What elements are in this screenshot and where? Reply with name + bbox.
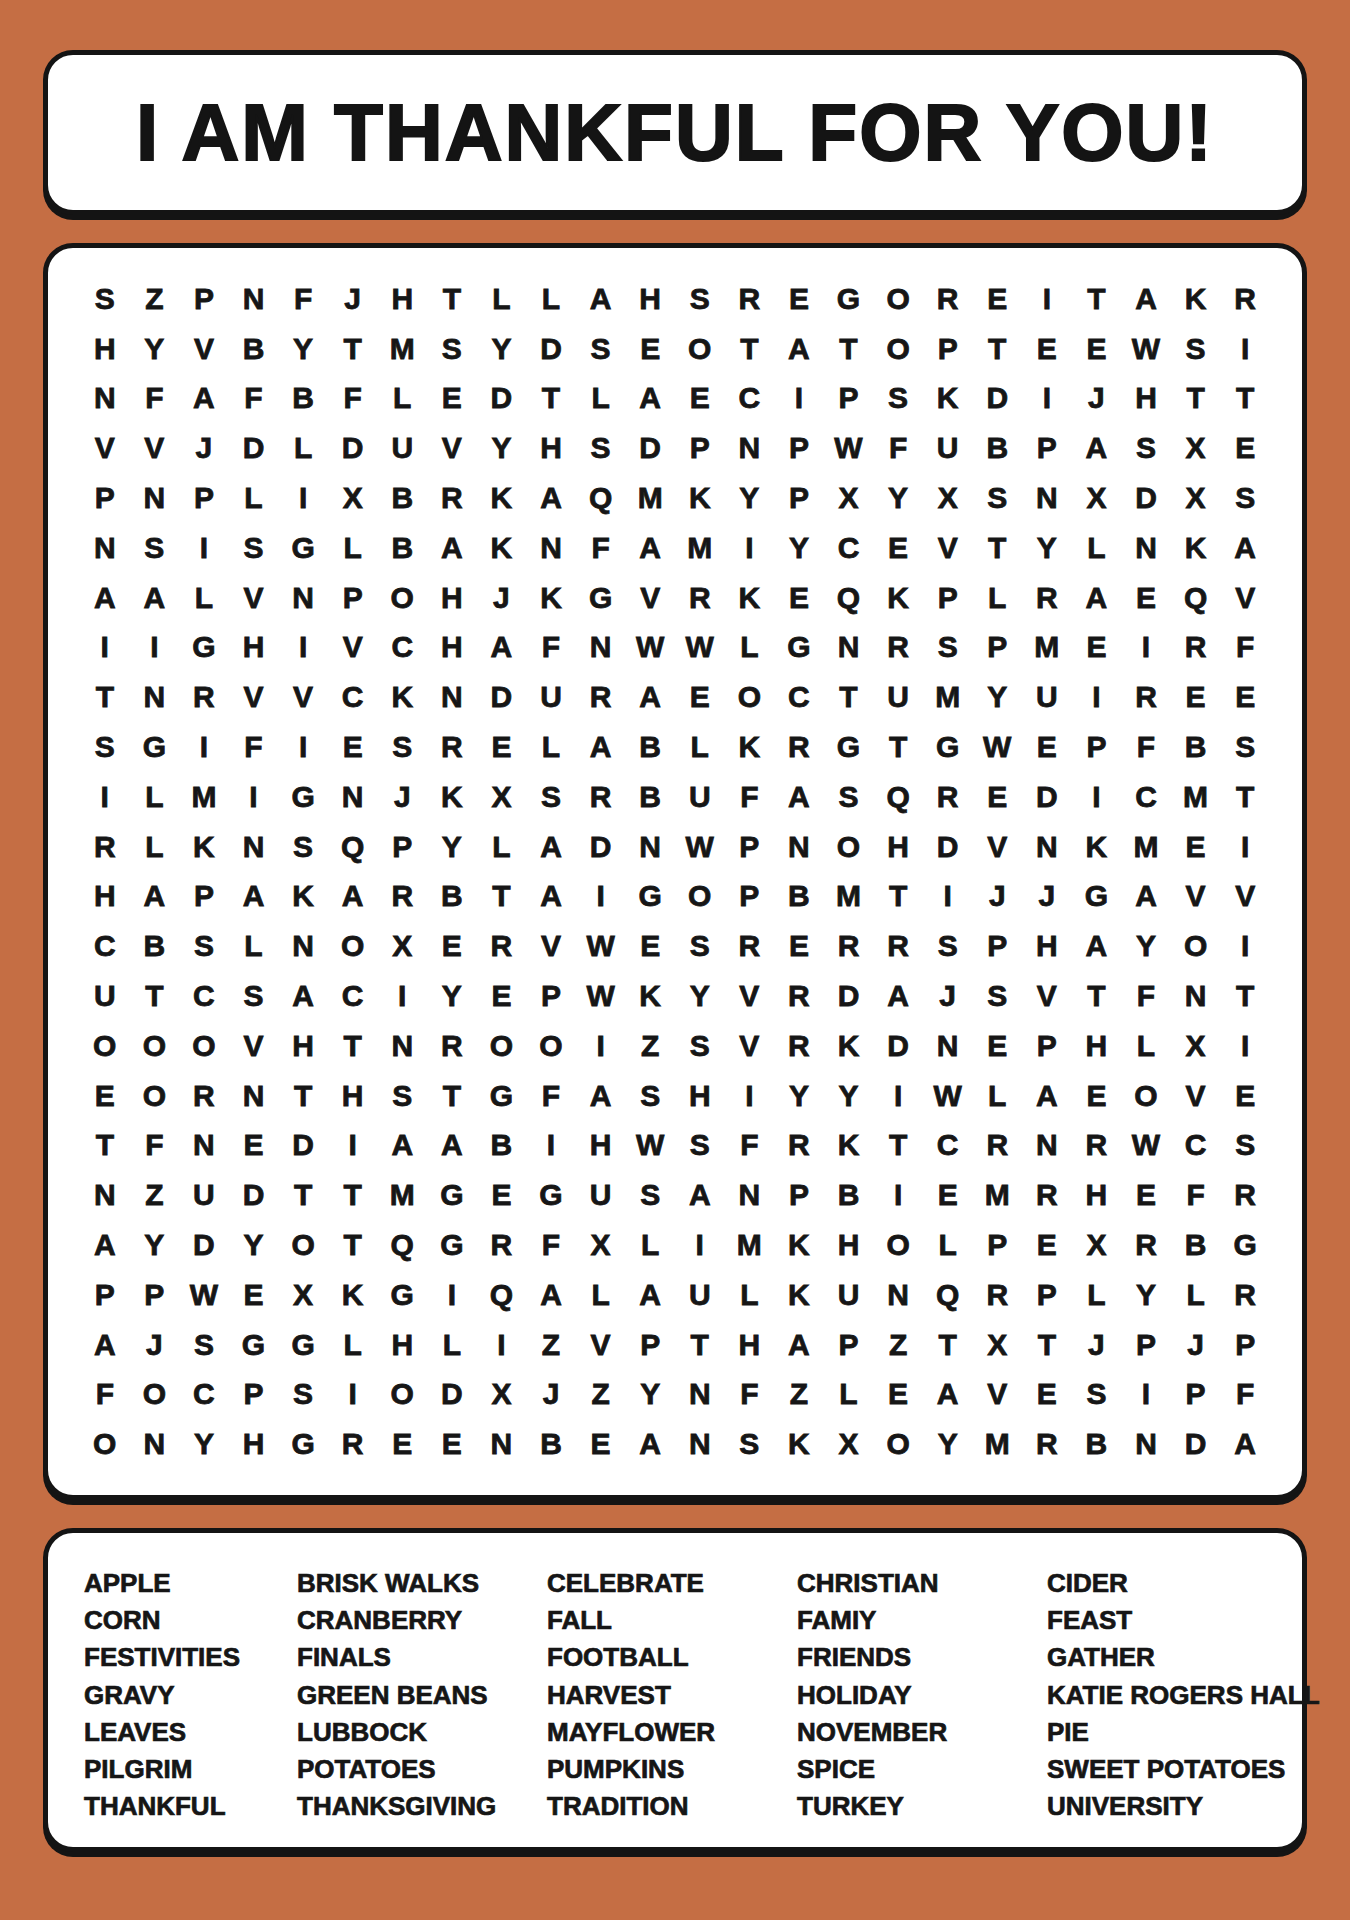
grid-cell[interactable]: C bbox=[1171, 1121, 1221, 1171]
grid-cell[interactable]: A bbox=[576, 274, 626, 324]
grid-cell[interactable]: R bbox=[972, 1121, 1022, 1171]
grid-cell[interactable]: I bbox=[576, 1021, 626, 1071]
grid-cell[interactable]: K bbox=[278, 872, 328, 922]
grid-cell[interactable]: J bbox=[179, 423, 229, 473]
grid-cell[interactable]: B bbox=[377, 473, 427, 523]
grid-cell[interactable]: A bbox=[377, 1121, 427, 1171]
grid-cell[interactable]: V bbox=[725, 1021, 775, 1071]
grid-cell[interactable]: T bbox=[675, 1320, 725, 1370]
grid-cell[interactable]: D bbox=[625, 423, 675, 473]
grid-cell[interactable]: P bbox=[526, 971, 576, 1021]
grid-cell[interactable]: B bbox=[477, 1121, 527, 1171]
grid-cell[interactable]: S bbox=[80, 722, 130, 772]
grid-cell[interactable]: C bbox=[824, 523, 874, 573]
grid-cell[interactable]: V bbox=[278, 672, 328, 722]
grid-cell[interactable]: T bbox=[328, 1220, 378, 1270]
grid-cell[interactable]: V bbox=[725, 971, 775, 1021]
grid-cell[interactable]: G bbox=[625, 872, 675, 922]
grid-cell[interactable]: L bbox=[130, 822, 180, 872]
grid-cell[interactable]: A bbox=[130, 872, 180, 922]
grid-cell[interactable]: W bbox=[1121, 1121, 1171, 1171]
grid-cell[interactable]: N bbox=[477, 1419, 527, 1469]
word-list-item[interactable]: PIE bbox=[1047, 1714, 1320, 1751]
grid-cell[interactable]: Y bbox=[873, 473, 923, 523]
grid-cell[interactable]: D bbox=[477, 672, 527, 722]
grid-cell[interactable]: E bbox=[774, 921, 824, 971]
grid-cell[interactable]: O bbox=[824, 822, 874, 872]
grid-cell[interactable]: A bbox=[526, 822, 576, 872]
grid-cell[interactable]: L bbox=[427, 1320, 477, 1370]
grid-cell[interactable]: N bbox=[675, 1370, 725, 1420]
grid-cell[interactable]: S bbox=[229, 523, 279, 573]
grid-cell[interactable]: E bbox=[427, 1419, 477, 1469]
grid-cell[interactable]: Y bbox=[427, 971, 477, 1021]
grid-cell[interactable]: R bbox=[377, 872, 427, 922]
grid-cell[interactable]: H bbox=[427, 573, 477, 623]
grid-cell[interactable]: R bbox=[427, 1021, 477, 1071]
word-list-item[interactable]: BRISK WALKS bbox=[297, 1565, 547, 1602]
grid-cell[interactable]: P bbox=[80, 1270, 130, 1320]
word-list-item[interactable]: FAMIY bbox=[797, 1602, 1047, 1639]
grid-cell[interactable]: N bbox=[80, 374, 130, 424]
grid-cell[interactable]: B bbox=[1171, 1220, 1221, 1270]
grid-cell[interactable]: V bbox=[229, 672, 279, 722]
grid-cell[interactable]: R bbox=[427, 722, 477, 772]
grid-cell[interactable]: N bbox=[1022, 822, 1072, 872]
grid-cell[interactable]: F bbox=[526, 1220, 576, 1270]
grid-cell[interactable]: V bbox=[972, 822, 1022, 872]
grid-cell[interactable]: E bbox=[774, 573, 824, 623]
grid-cell[interactable]: H bbox=[725, 1320, 775, 1370]
grid-cell[interactable]: H bbox=[526, 423, 576, 473]
grid-cell[interactable]: V bbox=[1220, 872, 1270, 922]
grid-cell[interactable]: S bbox=[377, 722, 427, 772]
grid-cell[interactable]: E bbox=[1121, 1170, 1171, 1220]
grid-cell[interactable]: A bbox=[80, 1320, 130, 1370]
grid-cell[interactable]: N bbox=[229, 1071, 279, 1121]
grid-cell[interactable]: I bbox=[1072, 672, 1122, 722]
grid-cell[interactable]: H bbox=[80, 872, 130, 922]
grid-cell[interactable]: I bbox=[873, 1170, 923, 1220]
grid-cell[interactable]: T bbox=[328, 1170, 378, 1220]
grid-cell[interactable]: G bbox=[229, 1320, 279, 1370]
grid-cell[interactable]: T bbox=[824, 324, 874, 374]
grid-cell[interactable]: P bbox=[328, 573, 378, 623]
grid-cell[interactable]: U bbox=[80, 971, 130, 1021]
grid-cell[interactable]: L bbox=[972, 573, 1022, 623]
grid-cell[interactable]: P bbox=[972, 1220, 1022, 1270]
grid-cell[interactable]: U bbox=[675, 772, 725, 822]
grid-cell[interactable]: K bbox=[774, 1220, 824, 1270]
grid-cell[interactable]: V bbox=[1022, 971, 1072, 1021]
grid-cell[interactable]: A bbox=[625, 672, 675, 722]
grid-cell[interactable]: A bbox=[477, 623, 527, 673]
grid-cell[interactable]: X bbox=[328, 473, 378, 523]
grid-cell[interactable]: D bbox=[328, 423, 378, 473]
grid-cell[interactable]: S bbox=[625, 1170, 675, 1220]
grid-cell[interactable]: R bbox=[923, 274, 973, 324]
grid-cell[interactable]: W bbox=[824, 423, 874, 473]
grid-cell[interactable]: P bbox=[1022, 1270, 1072, 1320]
grid-cell[interactable]: T bbox=[923, 1320, 973, 1370]
grid-cell[interactable]: P bbox=[923, 573, 973, 623]
word-list-item[interactable]: APPLE bbox=[84, 1565, 297, 1602]
grid-cell[interactable]: R bbox=[873, 623, 923, 673]
grid-cell[interactable]: E bbox=[229, 1121, 279, 1171]
grid-cell[interactable]: R bbox=[1171, 623, 1221, 673]
grid-cell[interactable]: P bbox=[179, 473, 229, 523]
grid-cell[interactable]: S bbox=[576, 423, 626, 473]
grid-cell[interactable]: L bbox=[229, 921, 279, 971]
grid-cell[interactable]: S bbox=[923, 623, 973, 673]
grid-cell[interactable]: D bbox=[923, 822, 973, 872]
grid-cell[interactable]: W bbox=[923, 1071, 973, 1121]
grid-cell[interactable]: S bbox=[576, 324, 626, 374]
grid-cell[interactable]: F bbox=[229, 722, 279, 772]
grid-cell[interactable]: N bbox=[130, 672, 180, 722]
grid-cell[interactable]: V bbox=[576, 1320, 626, 1370]
grid-cell[interactable]: N bbox=[229, 822, 279, 872]
grid-cell[interactable]: C bbox=[328, 672, 378, 722]
word-list-item[interactable]: FALL bbox=[547, 1602, 797, 1639]
grid-cell[interactable]: L bbox=[278, 423, 328, 473]
grid-cell[interactable]: T bbox=[1171, 374, 1221, 424]
grid-cell[interactable]: Z bbox=[130, 1170, 180, 1220]
grid-cell[interactable]: L bbox=[377, 374, 427, 424]
grid-cell[interactable]: K bbox=[526, 573, 576, 623]
grid-cell[interactable]: M bbox=[1121, 822, 1171, 872]
grid-cell[interactable]: E bbox=[1072, 623, 1122, 673]
grid-cell[interactable]: L bbox=[1072, 1270, 1122, 1320]
grid-cell[interactable]: D bbox=[576, 822, 626, 872]
grid-cell[interactable]: J bbox=[1072, 374, 1122, 424]
grid-cell[interactable]: G bbox=[526, 1170, 576, 1220]
grid-cell[interactable]: G bbox=[576, 573, 626, 623]
grid-cell[interactable]: S bbox=[1220, 722, 1270, 772]
grid-cell[interactable]: A bbox=[328, 872, 378, 922]
grid-cell[interactable]: L bbox=[477, 274, 527, 324]
grid-cell[interactable]: L bbox=[1171, 1270, 1221, 1320]
grid-cell[interactable]: B bbox=[625, 772, 675, 822]
grid-cell[interactable]: T bbox=[1072, 274, 1122, 324]
grid-cell[interactable]: V bbox=[1171, 872, 1221, 922]
grid-cell[interactable]: G bbox=[130, 722, 180, 772]
grid-cell[interactable]: K bbox=[774, 1419, 824, 1469]
grid-cell[interactable]: K bbox=[675, 473, 725, 523]
grid-cell[interactable]: U bbox=[576, 1170, 626, 1220]
grid-cell[interactable]: E bbox=[1022, 722, 1072, 772]
grid-cell[interactable]: S bbox=[1072, 1370, 1122, 1420]
grid-cell[interactable]: E bbox=[972, 1021, 1022, 1071]
grid-cell[interactable]: A bbox=[1022, 1071, 1072, 1121]
grid-cell[interactable]: O bbox=[675, 324, 725, 374]
grid-cell[interactable]: Z bbox=[576, 1370, 626, 1420]
grid-cell[interactable]: A bbox=[1072, 573, 1122, 623]
grid-cell[interactable]: U bbox=[377, 423, 427, 473]
grid-cell[interactable]: A bbox=[80, 1220, 130, 1270]
grid-cell[interactable]: C bbox=[328, 971, 378, 1021]
grid-cell[interactable]: A bbox=[1121, 274, 1171, 324]
grid-cell[interactable]: L bbox=[675, 722, 725, 772]
grid-cell[interactable]: G bbox=[774, 623, 824, 673]
grid-cell[interactable]: F bbox=[1220, 623, 1270, 673]
grid-cell[interactable]: E bbox=[328, 722, 378, 772]
grid-cell[interactable]: T bbox=[80, 1121, 130, 1171]
word-list-item[interactable]: FEAST bbox=[1047, 1602, 1320, 1639]
grid-cell[interactable]: O bbox=[130, 1021, 180, 1071]
grid-cell[interactable]: S bbox=[179, 1320, 229, 1370]
grid-cell[interactable]: O bbox=[130, 1071, 180, 1121]
grid-cell[interactable]: V bbox=[1171, 1071, 1221, 1121]
grid-cell[interactable]: F bbox=[526, 623, 576, 673]
grid-cell[interactable]: I bbox=[80, 623, 130, 673]
grid-cell[interactable]: E bbox=[1072, 1071, 1122, 1121]
grid-cell[interactable]: Y bbox=[1022, 523, 1072, 573]
grid-cell[interactable]: T bbox=[1220, 971, 1270, 1021]
grid-cell[interactable]: K bbox=[1171, 523, 1221, 573]
grid-cell[interactable]: E bbox=[1220, 423, 1270, 473]
grid-cell[interactable]: J bbox=[1171, 1320, 1221, 1370]
grid-cell[interactable]: X bbox=[278, 1270, 328, 1320]
grid-cell[interactable]: Y bbox=[427, 822, 477, 872]
word-list-item[interactable]: KATIE ROGERS HALL bbox=[1047, 1677, 1320, 1714]
grid-cell[interactable]: N bbox=[824, 623, 874, 673]
grid-cell[interactable]: A bbox=[1121, 872, 1171, 922]
grid-cell[interactable]: K bbox=[923, 374, 973, 424]
grid-cell[interactable]: E bbox=[1220, 1071, 1270, 1121]
grid-cell[interactable]: I bbox=[1072, 772, 1122, 822]
grid-cell[interactable]: P bbox=[179, 274, 229, 324]
grid-cell[interactable]: E bbox=[774, 274, 824, 324]
grid-cell[interactable]: S bbox=[526, 772, 576, 822]
grid-cell[interactable]: R bbox=[774, 1121, 824, 1171]
grid-cell[interactable]: R bbox=[80, 822, 130, 872]
grid-cell[interactable]: J bbox=[1022, 872, 1072, 922]
grid-cell[interactable]: K bbox=[725, 722, 775, 772]
grid-cell[interactable]: I bbox=[774, 374, 824, 424]
grid-cell[interactable]: P bbox=[824, 1320, 874, 1370]
grid-cell[interactable]: K bbox=[625, 971, 675, 1021]
grid-cell[interactable]: L bbox=[526, 274, 576, 324]
grid-cell[interactable]: W bbox=[1121, 324, 1171, 374]
grid-cell[interactable]: O bbox=[278, 1220, 328, 1270]
grid-cell[interactable]: Y bbox=[130, 1220, 180, 1270]
grid-cell[interactable]: B bbox=[1072, 1419, 1122, 1469]
grid-cell[interactable]: N bbox=[625, 822, 675, 872]
grid-cell[interactable]: A bbox=[1072, 423, 1122, 473]
grid-cell[interactable]: X bbox=[824, 473, 874, 523]
grid-cell[interactable]: E bbox=[1171, 672, 1221, 722]
grid-cell[interactable]: I bbox=[1220, 921, 1270, 971]
grid-cell[interactable]: E bbox=[873, 1370, 923, 1420]
grid-cell[interactable]: V bbox=[328, 623, 378, 673]
grid-cell[interactable]: D bbox=[229, 423, 279, 473]
grid-cell[interactable]: Q bbox=[1171, 573, 1221, 623]
grid-cell[interactable]: G bbox=[923, 722, 973, 772]
grid-cell[interactable]: I bbox=[278, 722, 328, 772]
grid-cell[interactable]: I bbox=[526, 1121, 576, 1171]
grid-cell[interactable]: Y bbox=[1121, 1270, 1171, 1320]
grid-cell[interactable]: Y bbox=[477, 324, 527, 374]
grid-cell[interactable]: L bbox=[725, 1270, 775, 1320]
grid-cell[interactable]: V bbox=[1220, 573, 1270, 623]
grid-cell[interactable]: V bbox=[80, 423, 130, 473]
grid-cell[interactable]: P bbox=[675, 423, 725, 473]
grid-cell[interactable]: I bbox=[278, 623, 328, 673]
grid-cell[interactable]: A bbox=[526, 1270, 576, 1320]
grid-cell[interactable]: Q bbox=[824, 573, 874, 623]
grid-cell[interactable]: G bbox=[427, 1220, 477, 1270]
grid-cell[interactable]: A bbox=[625, 523, 675, 573]
grid-cell[interactable]: R bbox=[576, 672, 626, 722]
grid-cell[interactable]: E bbox=[427, 921, 477, 971]
grid-cell[interactable]: D bbox=[1022, 772, 1072, 822]
grid-cell[interactable]: O bbox=[1121, 1071, 1171, 1121]
grid-cell[interactable]: G bbox=[278, 1419, 328, 1469]
grid-cell[interactable]: L bbox=[725, 623, 775, 673]
grid-cell[interactable]: J bbox=[1072, 1320, 1122, 1370]
grid-cell[interactable]: L bbox=[328, 1320, 378, 1370]
grid-cell[interactable]: I bbox=[1220, 822, 1270, 872]
grid-cell[interactable]: E bbox=[972, 772, 1022, 822]
grid-cell[interactable]: S bbox=[1171, 324, 1221, 374]
grid-cell[interactable]: L bbox=[972, 1071, 1022, 1121]
grid-cell[interactable]: Y bbox=[179, 1419, 229, 1469]
grid-cell[interactable]: Y bbox=[774, 1071, 824, 1121]
grid-cell[interactable]: O bbox=[80, 1419, 130, 1469]
grid-cell[interactable]: A bbox=[774, 324, 824, 374]
grid-cell[interactable]: C bbox=[179, 1370, 229, 1420]
grid-cell[interactable]: R bbox=[1072, 1121, 1122, 1171]
grid-cell[interactable]: U bbox=[526, 672, 576, 722]
grid-cell[interactable]: X bbox=[824, 1419, 874, 1469]
grid-cell[interactable]: T bbox=[873, 872, 923, 922]
grid-cell[interactable]: C bbox=[80, 921, 130, 971]
grid-cell[interactable]: K bbox=[725, 573, 775, 623]
grid-cell[interactable]: L bbox=[576, 374, 626, 424]
grid-cell[interactable]: O bbox=[526, 1021, 576, 1071]
grid-cell[interactable]: Y bbox=[625, 1370, 675, 1420]
grid-cell[interactable]: A bbox=[576, 1071, 626, 1121]
grid-cell[interactable]: R bbox=[774, 971, 824, 1021]
word-list-item[interactable]: TURKEY bbox=[797, 1788, 1047, 1825]
grid-cell[interactable]: K bbox=[824, 1121, 874, 1171]
grid-cell[interactable]: R bbox=[1022, 573, 1072, 623]
grid-cell[interactable]: H bbox=[576, 1121, 626, 1171]
grid-cell[interactable]: T bbox=[328, 324, 378, 374]
grid-cell[interactable]: L bbox=[526, 722, 576, 772]
grid-cell[interactable]: E bbox=[477, 971, 527, 1021]
grid-cell[interactable]: J bbox=[477, 573, 527, 623]
grid-cell[interactable]: I bbox=[1121, 623, 1171, 673]
grid-cell[interactable]: I bbox=[1220, 324, 1270, 374]
grid-cell[interactable]: R bbox=[1022, 1419, 1072, 1469]
grid-cell[interactable]: X bbox=[1171, 473, 1221, 523]
grid-cell[interactable]: F bbox=[526, 1071, 576, 1121]
grid-cell[interactable]: M bbox=[923, 672, 973, 722]
word-list-item[interactable]: TRADITION bbox=[547, 1788, 797, 1825]
grid-cell[interactable]: F bbox=[1220, 1370, 1270, 1420]
grid-cell[interactable]: T bbox=[1220, 374, 1270, 424]
grid-cell[interactable]: P bbox=[824, 374, 874, 424]
grid-cell[interactable]: E bbox=[923, 1170, 973, 1220]
grid-cell[interactable]: G bbox=[824, 274, 874, 324]
grid-cell[interactable]: P bbox=[1072, 722, 1122, 772]
grid-cell[interactable]: E bbox=[1220, 672, 1270, 722]
grid-cell[interactable]: A bbox=[80, 573, 130, 623]
grid-cell[interactable]: G bbox=[427, 1170, 477, 1220]
grid-cell[interactable]: Y bbox=[675, 971, 725, 1021]
grid-cell[interactable]: Y bbox=[774, 523, 824, 573]
grid-cell[interactable]: A bbox=[427, 523, 477, 573]
grid-cell[interactable]: O bbox=[377, 1370, 427, 1420]
grid-cell[interactable]: O bbox=[1171, 921, 1221, 971]
grid-cell[interactable]: B bbox=[824, 1170, 874, 1220]
grid-cell[interactable]: C bbox=[725, 374, 775, 424]
grid-cell[interactable]: M bbox=[725, 1220, 775, 1270]
grid-cell[interactable]: M bbox=[377, 1170, 427, 1220]
grid-cell[interactable]: P bbox=[774, 473, 824, 523]
grid-cell[interactable]: N bbox=[725, 1170, 775, 1220]
grid-cell[interactable]: O bbox=[130, 1370, 180, 1420]
grid-cell[interactable]: S bbox=[873, 374, 923, 424]
grid-cell[interactable]: U bbox=[675, 1270, 725, 1320]
grid-cell[interactable]: I bbox=[873, 1071, 923, 1121]
grid-cell[interactable]: I bbox=[477, 1320, 527, 1370]
grid-cell[interactable]: B bbox=[972, 423, 1022, 473]
grid-cell[interactable]: Y bbox=[923, 1419, 973, 1469]
grid-cell[interactable]: S bbox=[278, 822, 328, 872]
grid-cell[interactable]: O bbox=[477, 1021, 527, 1071]
grid-cell[interactable]: J bbox=[377, 772, 427, 822]
grid-cell[interactable]: X bbox=[1171, 1021, 1221, 1071]
grid-cell[interactable]: I bbox=[725, 1071, 775, 1121]
word-list-item[interactable]: CHRISTIAN bbox=[797, 1565, 1047, 1602]
grid-cell[interactable]: S bbox=[229, 971, 279, 1021]
grid-cell[interactable]: P bbox=[229, 1370, 279, 1420]
grid-cell[interactable]: R bbox=[576, 772, 626, 822]
grid-cell[interactable]: I bbox=[229, 772, 279, 822]
grid-cell[interactable]: S bbox=[1220, 473, 1270, 523]
grid-cell[interactable]: S bbox=[675, 1021, 725, 1071]
grid-cell[interactable]: B bbox=[774, 872, 824, 922]
grid-cell[interactable]: H bbox=[377, 1320, 427, 1370]
grid-cell[interactable]: S bbox=[427, 324, 477, 374]
grid-cell[interactable]: H bbox=[824, 1220, 874, 1270]
grid-cell[interactable]: K bbox=[477, 473, 527, 523]
grid-cell[interactable]: N bbox=[725, 423, 775, 473]
grid-cell[interactable]: S bbox=[377, 1071, 427, 1121]
grid-cell[interactable]: W bbox=[576, 921, 626, 971]
grid-cell[interactable]: N bbox=[1171, 971, 1221, 1021]
grid-cell[interactable]: D bbox=[1121, 473, 1171, 523]
grid-cell[interactable]: S bbox=[675, 921, 725, 971]
grid-cell[interactable]: F bbox=[725, 1121, 775, 1171]
grid-cell[interactable]: R bbox=[1121, 672, 1171, 722]
grid-cell[interactable]: A bbox=[278, 971, 328, 1021]
grid-cell[interactable]: L bbox=[923, 1220, 973, 1270]
grid-cell[interactable]: G bbox=[377, 1270, 427, 1320]
grid-cell[interactable]: D bbox=[278, 1121, 328, 1171]
grid-cell[interactable]: B bbox=[229, 324, 279, 374]
grid-cell[interactable]: P bbox=[1121, 1320, 1171, 1370]
grid-cell[interactable]: S bbox=[179, 921, 229, 971]
grid-cell[interactable]: P bbox=[80, 473, 130, 523]
grid-cell[interactable]: P bbox=[725, 822, 775, 872]
grid-cell[interactable]: L bbox=[130, 772, 180, 822]
grid-cell[interactable]: S bbox=[972, 971, 1022, 1021]
grid-cell[interactable]: K bbox=[873, 573, 923, 623]
